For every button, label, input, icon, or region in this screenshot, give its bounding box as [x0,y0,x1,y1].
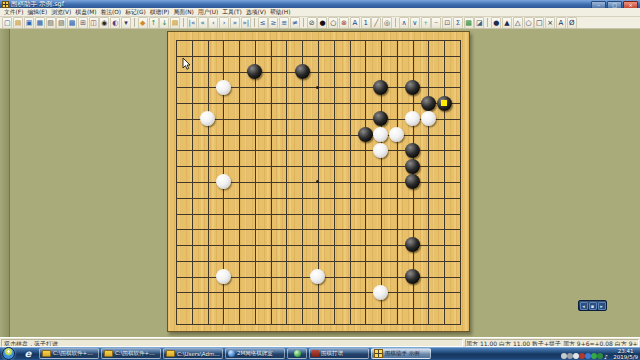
clock-date: 2019/5/9 [613,354,638,360]
tray-icons: ♪ [561,344,609,360]
marker-triangle-filled-icon[interactable]: ▲ [502,17,512,29]
back-1-move-icon[interactable]: ‹ [208,17,218,29]
tray-icon-2[interactable] [567,353,573,359]
white-stone [389,127,404,142]
task-button-label: C:\围棋软件+棋谱 [115,350,158,357]
black-stone [421,96,436,111]
taskbar-window-buttons: C:\围棋软件+棋谱C:\围棋软件+棋谱C:\Users\Admin...2M网… [39,348,431,359]
taskbar-window-green-app[interactable] [287,348,307,359]
taskbar-window-sgf-app[interactable]: 围棋打谱 [309,348,369,359]
paste-position-icon[interactable]: ▩ [67,17,77,29]
copy-position-icon[interactable]: ▨ [56,17,66,29]
stone-set-icon[interactable]: ◉ [99,17,109,29]
black-stone [295,64,310,79]
draw-line-icon[interactable]: ╱ [371,17,381,29]
place-black-stone-icon[interactable]: ● [317,17,327,29]
back-10-moves-icon[interactable]: « [198,17,208,29]
branch-up-icon[interactable]: ∧ [399,17,409,29]
menu-item[interactable]: 帮助(H) [268,8,292,17]
black-stone [405,237,420,252]
save-file-icon[interactable]: ▣ [24,17,34,29]
taskbar-clock[interactable]: 23:41 2019/5/9 [613,348,638,360]
try-variation-icon[interactable]: ≠ [290,17,300,29]
taskbar-window-folder-3[interactable]: C:\Users\Admin... [163,348,223,359]
desktop: 围棋助手 示例.sgf –□× 文件(F)编辑(E)浏览(V)棋盘(M)着法(O… [0,0,640,360]
menu-item[interactable]: 浏览(V) [49,8,73,17]
start-button[interactable] [2,347,15,360]
menu-item[interactable]: 文件(F) [2,8,25,17]
mini-navigator: ◂▪▸ [578,300,607,311]
marker-letter-icon[interactable]: A [556,17,566,29]
engine-play-icon[interactable]: ◆ [138,17,148,29]
mini-nav-stop[interactable]: ▪ [589,302,597,310]
menu-item[interactable]: 着法(O) [98,8,123,17]
white-stone [200,111,215,126]
marker-dot-icon[interactable]: ● [491,17,501,29]
black-stone [405,143,420,158]
capture-count-icon[interactable]: ◐ [110,17,120,29]
next-variation-icon[interactable]: ≥ [268,17,278,29]
go-to-end-icon[interactable]: »| [241,17,251,29]
main-variation-icon[interactable]: ≡ [279,17,289,29]
white-stone [216,80,231,95]
toolbar: ▢▤▣▦▧▨▩⊞◫◉◐▾◆↑↓▤|««‹›»»|≤≥≡≠⊘●○⊗A1╱◎∧∨＋－… [0,17,640,29]
menu-bar: 文件(F)编辑(E)浏览(V)棋盘(M)着法(O)标记(G)棋谱(P)局面(N)… [0,8,640,17]
open-file-icon[interactable]: ▤ [13,17,23,29]
star-point [316,86,319,89]
white-stone [216,174,231,189]
status-bar: 双击棋盘，落子打谱 黑方 11.00 白方 11.00 数子+提子 黑方 9+6… [0,337,640,347]
delete-move-icon[interactable]: － [431,17,441,29]
black-stone [405,80,420,95]
go-to-start-icon[interactable]: |« [187,17,197,29]
analysis-board-icon[interactable]: ▩ [464,17,474,29]
folder-icon [104,350,113,357]
tray-speaker[interactable]: ♪ [603,354,609,360]
black-stone [373,80,388,95]
tray-icon-3[interactable] [573,353,579,359]
window-title: 围棋助手 示例.sgf [11,0,64,8]
white-stone [421,111,436,126]
internet-explorer-icon[interactable]: e [21,348,35,359]
task-button-label: 2M网络棋牌室 [237,350,273,357]
pass-move-icon[interactable]: ⊘ [307,17,317,29]
task-button-label: C:\围棋软件+棋谱 [53,350,96,357]
setup-position-icon[interactable]: ⊡ [442,17,452,29]
forward-1-move-icon[interactable]: › [219,17,229,29]
print-icon[interactable]: ⊞ [78,17,88,29]
tray-icon-5[interactable] [585,353,591,359]
menu-item[interactable]: 选项(V) [244,8,268,17]
move-down-icon[interactable]: ↓ [159,17,169,29]
menu-item[interactable]: 用户(U) [196,8,220,17]
toolbar-separator [303,18,304,27]
menu-item[interactable]: 编辑(E) [25,8,49,17]
open-library-icon[interactable]: ▤ [170,17,180,29]
white-stone [373,127,388,142]
game-info-icon[interactable]: ◪ [474,17,484,29]
marker-circle-icon[interactable]: ○ [524,17,534,29]
black-stone [405,174,420,189]
label-letter-icon[interactable]: A [350,17,360,29]
tray-icon-7[interactable] [597,353,603,359]
status-hint-text: 双击棋盘，落子打谱 [1,339,463,347]
tray-icon-4[interactable] [579,353,585,359]
menu-item[interactable]: 棋谱(P) [148,8,172,17]
white-stone [405,111,420,126]
more-tools-icon[interactable]: ▾ [121,17,131,29]
taskbar-window-folder-2[interactable]: C:\围棋软件+棋谱 [101,348,161,359]
white-stone [216,269,231,284]
go-board[interactable] [167,31,470,332]
black-stone [373,111,388,126]
remove-stone-icon[interactable]: ⊗ [339,17,349,29]
folder-icon [42,350,51,357]
tray-icon-6[interactable] [591,353,597,359]
mouse-cursor [182,55,191,74]
marker-square-icon[interactable]: □ [534,17,544,29]
magnify-icon[interactable]: ◎ [382,17,392,29]
save-as-icon[interactable]: ▦ [35,17,45,29]
taskbar-window-game-hall[interactable]: 2M网络棋牌室 [225,348,285,359]
goban-icon [374,349,383,358]
insert-move-icon[interactable]: ＋ [421,17,431,29]
move-up-icon[interactable]: ↑ [149,17,159,29]
menu-item[interactable]: 棋盘(M) [73,8,98,17]
green-icon [294,350,301,357]
black-stone [247,64,262,79]
toolbar-separator [183,18,184,27]
left-panel-strip [0,29,10,337]
marker-clear-icon[interactable]: Ø [567,17,577,29]
black-stone [405,159,420,174]
new-file-icon[interactable]: ▢ [2,17,12,29]
toolbar-separator [487,18,488,27]
title-bar: 围棋助手 示例.sgf –□× [0,0,640,8]
client-area: ◂▪▸ [0,29,640,337]
branch-down-icon[interactable]: ∨ [410,17,420,29]
black-stone [405,269,420,284]
app-goban-icon [2,1,9,8]
toolbar-separator [134,18,135,27]
prev-variation-icon[interactable]: ≤ [258,17,268,29]
export-board-icon[interactable]: ▧ [46,17,56,29]
menu-item[interactable]: 局面(N) [171,8,195,17]
menu-item[interactable]: 标记(G) [123,8,148,17]
mini-nav-next[interactable]: ▸ [598,302,606,310]
taskbar-window-folder-1[interactable]: C:\围棋软件+棋谱 [39,348,99,359]
star-point [316,180,319,183]
board-stones-layer [168,32,468,332]
folder-icon [166,350,175,357]
black-stone [358,127,373,142]
white-stone [310,269,325,284]
red-icon [312,350,319,357]
task-button-label: 围棋打谱 [321,350,343,357]
board-info-icon[interactable]: ◫ [89,17,99,29]
task-button-label: C:\Users\Admin... [177,351,220,357]
taskbar: e C:\围棋软件+棋谱C:\围棋软件+棋谱C:\Users\Admin...2… [0,347,640,360]
white-stone [373,143,388,158]
forward-10-moves-icon[interactable]: » [230,17,240,29]
place-white-stone-icon[interactable]: ○ [328,17,338,29]
label-number-icon[interactable]: 1 [361,17,371,29]
menu-item[interactable]: 工具(T) [220,8,244,17]
globe-icon [228,350,235,357]
system-tray: ♪ 23:41 2019/5/9 [561,344,640,360]
marker-triangle-icon[interactable]: △ [513,17,523,29]
white-stone [373,285,388,300]
mini-nav-prev[interactable]: ◂ [580,302,588,310]
count-territory-icon[interactable]: Σ [453,17,463,29]
tray-icon-1[interactable] [561,353,567,359]
task-button-label: 围棋助手 示例 [385,350,420,357]
toolbar-separator [254,18,255,27]
marker-cross-icon[interactable]: × [545,17,555,29]
taskbar-window-weiqi-assistant[interactable]: 围棋助手 示例 [371,348,431,359]
last-move-marker [441,100,447,106]
toolbar-separator [395,18,396,27]
